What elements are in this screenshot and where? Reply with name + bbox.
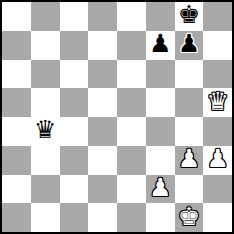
square-c1[interactable] [60, 203, 89, 232]
square-d7[interactable] [88, 31, 117, 60]
square-b1[interactable] [31, 203, 60, 232]
square-c2[interactable] [60, 175, 89, 204]
square-f5[interactable] [146, 88, 175, 117]
square-h7[interactable] [203, 31, 232, 60]
square-b2[interactable] [31, 175, 60, 204]
piece-black-pawn[interactable]: ♟ [149, 31, 171, 58]
square-e1[interactable] [117, 203, 146, 232]
chess-board-frame: ♚♟♟♛♛♟♟♟♚ [0, 0, 234, 234]
square-f6[interactable] [146, 60, 175, 89]
square-a1[interactable] [2, 203, 31, 232]
square-c4[interactable] [60, 117, 89, 146]
chess-board: ♚♟♟♛♛♟♟♟♚ [2, 2, 232, 232]
piece-black-pawn[interactable]: ♟ [178, 31, 200, 58]
square-f2[interactable]: ♟ [146, 175, 175, 204]
square-f1[interactable] [146, 203, 175, 232]
square-g5[interactable] [175, 88, 204, 117]
square-e5[interactable] [117, 88, 146, 117]
square-g1[interactable]: ♚ [175, 203, 204, 232]
square-b3[interactable] [31, 146, 60, 175]
square-g4[interactable] [175, 117, 204, 146]
piece-black-king[interactable]: ♚ [178, 2, 200, 29]
square-b7[interactable] [31, 31, 60, 60]
square-c8[interactable] [60, 2, 89, 31]
square-a4[interactable] [2, 117, 31, 146]
square-f4[interactable] [146, 117, 175, 146]
square-a3[interactable] [2, 146, 31, 175]
square-a2[interactable] [2, 175, 31, 204]
square-b5[interactable] [31, 88, 60, 117]
square-e8[interactable] [117, 2, 146, 31]
square-h1[interactable] [203, 203, 232, 232]
piece-white-king[interactable]: ♚ [178, 203, 200, 230]
square-h6[interactable] [203, 60, 232, 89]
square-d5[interactable] [88, 88, 117, 117]
piece-white-queen[interactable]: ♛ [206, 88, 228, 115]
square-d3[interactable] [88, 146, 117, 175]
square-d1[interactable] [88, 203, 117, 232]
square-b6[interactable] [31, 60, 60, 89]
square-f7[interactable]: ♟ [146, 31, 175, 60]
square-h3[interactable]: ♟ [203, 146, 232, 175]
piece-white-pawn[interactable]: ♟ [178, 146, 200, 173]
square-a7[interactable] [2, 31, 31, 60]
square-g7[interactable]: ♟ [175, 31, 204, 60]
square-c5[interactable] [60, 88, 89, 117]
square-c7[interactable] [60, 31, 89, 60]
square-e2[interactable] [117, 175, 146, 204]
square-d8[interactable] [88, 2, 117, 31]
square-h5[interactable]: ♛ [203, 88, 232, 117]
square-e3[interactable] [117, 146, 146, 175]
square-e7[interactable] [117, 31, 146, 60]
square-c3[interactable] [60, 146, 89, 175]
square-g6[interactable] [175, 60, 204, 89]
square-d2[interactable] [88, 175, 117, 204]
piece-white-pawn[interactable]: ♟ [149, 175, 171, 202]
piece-black-queen[interactable]: ♛ [34, 117, 56, 144]
square-g2[interactable] [175, 175, 204, 204]
square-e6[interactable] [117, 60, 146, 89]
square-g8[interactable]: ♚ [175, 2, 204, 31]
piece-white-pawn[interactable]: ♟ [206, 146, 228, 173]
square-h8[interactable] [203, 2, 232, 31]
square-h2[interactable] [203, 175, 232, 204]
square-g3[interactable]: ♟ [175, 146, 204, 175]
square-b4[interactable]: ♛ [31, 117, 60, 146]
square-a6[interactable] [2, 60, 31, 89]
square-d4[interactable] [88, 117, 117, 146]
square-c6[interactable] [60, 60, 89, 89]
square-h4[interactable] [203, 117, 232, 146]
square-f8[interactable] [146, 2, 175, 31]
square-d6[interactable] [88, 60, 117, 89]
square-a8[interactable] [2, 2, 31, 31]
square-a5[interactable] [2, 88, 31, 117]
square-e4[interactable] [117, 117, 146, 146]
square-b8[interactable] [31, 2, 60, 31]
square-f3[interactable] [146, 146, 175, 175]
